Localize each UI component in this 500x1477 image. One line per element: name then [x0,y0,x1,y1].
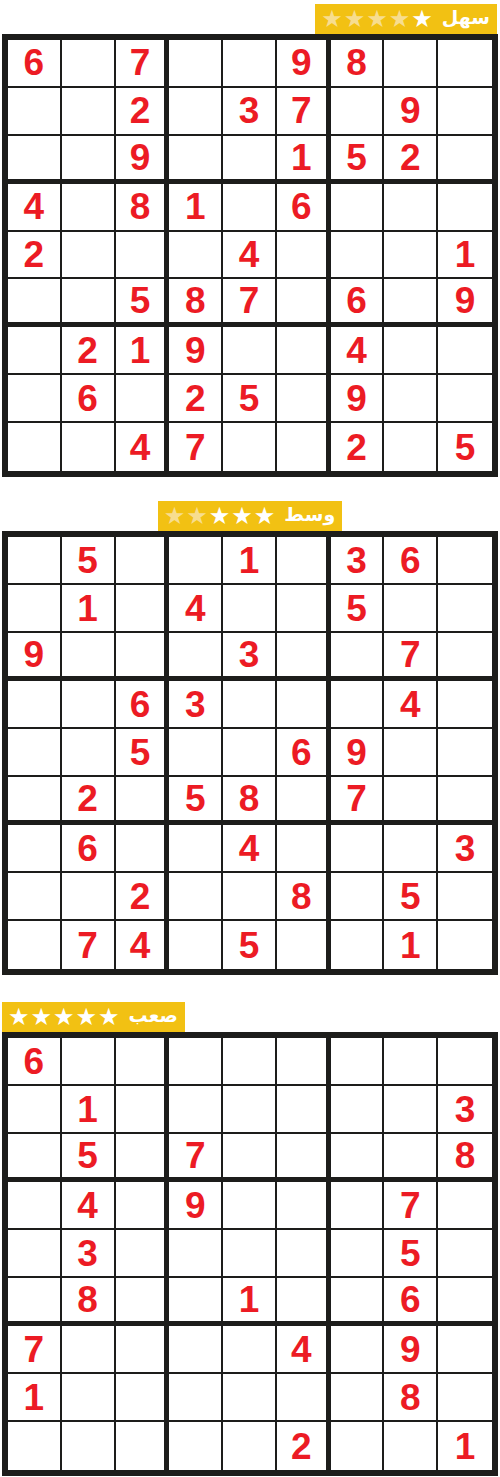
sudoku-cell-r3c4 [169,136,223,184]
sudoku-cell-r9c3: 4 [116,423,170,471]
sudoku-cell-r4c2 [62,681,116,729]
sudoku-cell-r1c8 [384,1038,438,1086]
sudoku-cell-r7c9 [438,1326,492,1374]
sudoku-cell-r5c5: 4 [223,232,277,280]
sudoku-cell-r6c2 [62,279,116,327]
sudoku-cell-r6c4: 8 [169,279,223,327]
star-icon: ★ [411,6,433,32]
sudoku-cell-r8c9 [438,375,492,423]
sudoku-cell-r4c6 [277,681,331,729]
sudoku-cell-r7c3: 1 [116,327,170,375]
sudoku-cell-r7c8 [384,825,438,873]
sudoku-cell-r5c9 [438,729,492,777]
sudoku-cell-r6c2: 8 [62,1278,116,1326]
sudoku-cell-r2c4 [169,1086,223,1134]
sudoku-cell-r5c2: 3 [62,1230,116,1278]
sudoku-cell-r1c7 [331,1038,385,1086]
sudoku-cell-r7c1 [8,327,62,375]
sudoku-cell-r3c8: 2 [384,136,438,184]
sudoku-cell-r7c1: 7 [8,1326,62,1374]
sudoku-cell-r4c5 [223,184,277,232]
sudoku-cell-r8c5 [223,1374,277,1422]
sudoku-cell-r2c3: 2 [116,88,170,136]
sudoku-cell-r5c6 [277,232,331,280]
star-icon: ★ [8,1004,30,1030]
sudoku-cell-r6c6 [277,279,331,327]
sudoku-cell-r8c1 [8,375,62,423]
sudoku-cell-r1c2 [62,1038,116,1086]
sudoku-cell-r9c3 [116,1422,170,1470]
sudoku-cell-r1c5: 1 [223,537,277,585]
sudoku-cell-r1c7: 3 [331,537,385,585]
sudoku-cell-r8c9 [438,873,492,921]
star-icon: ★ [231,503,253,529]
sudoku-cell-r1c6 [277,537,331,585]
sudoku-cell-r6c8: 6 [384,1278,438,1326]
sudoku-cell-r3c2: 5 [62,1134,116,1182]
banner-row-hard: ★★★★★ صعب [0,1002,500,1032]
sudoku-cell-r8c6: 8 [277,873,331,921]
sudoku-cell-r6c3 [116,1278,170,1326]
sudoku-cell-r8c7: 9 [331,375,385,423]
star-rating-hard: ★★★★★ [8,1004,120,1030]
sudoku-cell-r5c5 [223,729,277,777]
sudoku-cell-r9c1 [8,921,62,969]
sudoku-cell-r7c8 [384,327,438,375]
sudoku-cell-r5c7 [331,232,385,280]
sudoku-cell-r2c2: 1 [62,585,116,633]
sudoku-cell-r7c5 [223,327,277,375]
sudoku-cell-r2c6 [277,585,331,633]
sudoku-cell-r1c4 [169,537,223,585]
sudoku-cell-r2c4 [169,88,223,136]
sudoku-cell-r4c9 [438,1182,492,1230]
sudoku-cell-r1c3 [116,1038,170,1086]
sudoku-cell-r8c7 [331,1374,385,1422]
sudoku-cell-r6c3: 5 [116,279,170,327]
sudoku-cell-r3c3 [116,633,170,681]
sudoku-cell-r3c9 [438,136,492,184]
sudoku-cell-r9c8: 1 [384,921,438,969]
sudoku-cell-r9c9: 1 [438,1422,492,1470]
sudoku-cell-r5c8 [384,729,438,777]
sudoku-cell-r8c4: 2 [169,375,223,423]
sudoku-cell-r6c5: 7 [223,279,277,327]
sudoku-cell-r6c1 [8,1278,62,1326]
sudoku-cell-r4c5 [223,681,277,729]
sudoku-cell-r2c5: 3 [223,88,277,136]
sudoku-cell-r4c3: 8 [116,184,170,232]
sudoku-cell-r9c9 [438,921,492,969]
sudoku-cell-r3c1: 9 [8,633,62,681]
sudoku-cell-r6c7 [331,1278,385,1326]
banner-row-medium: ★★★★★ وسط [0,501,500,531]
sudoku-cell-r6c2: 2 [62,777,116,825]
sudoku-cell-r2c9 [438,585,492,633]
sudoku-cell-r3c9: 8 [438,1134,492,1182]
banner-row-easy: ★★★★★ سهل [0,4,500,34]
sudoku-cell-r8c2 [62,1374,116,1422]
sudoku-cell-r5c4 [169,1230,223,1278]
sudoku-cell-r4c2: 4 [62,1182,116,1230]
sudoku-cell-r3c7 [331,633,385,681]
sudoku-cell-r4c1 [8,681,62,729]
sudoku-cell-r6c6 [277,777,331,825]
sudoku-cell-r2c6 [277,1086,331,1134]
sudoku-cell-r3c6 [277,633,331,681]
sudoku-cell-r7c9: 3 [438,825,492,873]
sudoku-cell-r7c5 [223,1326,277,1374]
sudoku-page: ★★★★★ سهل 679823799152481624158769219462… [0,4,500,1476]
sudoku-cell-r8c4 [169,873,223,921]
sudoku-cell-r1c6 [277,1038,331,1086]
sudoku-cell-r3c5 [223,1134,277,1182]
sudoku-cell-r9c1 [8,423,62,471]
sudoku-cell-r1c4 [169,40,223,88]
sudoku-cell-r3c3 [116,1134,170,1182]
star-icon: ★ [186,503,208,529]
sudoku-cell-r3c5 [223,136,277,184]
sudoku-cell-r1c9 [438,1038,492,1086]
star-icon: ★ [321,6,343,32]
sudoku-cell-r1c7: 8 [331,40,385,88]
sudoku-cell-r4c8: 7 [384,1182,438,1230]
sudoku-cell-r8c2 [62,873,116,921]
sudoku-cell-r6c5: 1 [223,1278,277,1326]
sudoku-cell-r1c1 [8,537,62,585]
sudoku-cell-r9c5 [223,1422,277,1470]
sudoku-cell-r8c3: 2 [116,873,170,921]
star-icon: ★ [254,503,276,529]
sudoku-cell-r9c6 [277,423,331,471]
sudoku-cell-r7c7: 4 [331,327,385,375]
sudoku-cell-r7c2: 2 [62,327,116,375]
sudoku-cell-r3c6 [277,1134,331,1182]
sudoku-cell-r1c8 [384,40,438,88]
sudoku-cell-r5c6: 6 [277,729,331,777]
sudoku-cell-r9c4: 7 [169,423,223,471]
sudoku-cell-r9c8 [384,1422,438,1470]
sudoku-cell-r5c2 [62,232,116,280]
sudoku-cell-r5c4 [169,729,223,777]
star-icon: ★ [209,503,231,529]
sudoku-cell-r8c8 [384,375,438,423]
sudoku-cell-r6c1 [8,777,62,825]
star-icon: ★ [53,1004,75,1030]
sudoku-cell-r2c1 [8,1086,62,1134]
star-icon: ★ [98,1004,120,1030]
star-rating-easy: ★★★★★ [321,6,433,32]
sudoku-cell-r6c6 [277,1278,331,1326]
puzzle-section-hard: ★★★★★ صعب 613578497358167491821 [0,1002,500,1476]
sudoku-cell-r8c6 [277,1374,331,1422]
sudoku-cell-r4c7 [331,681,385,729]
sudoku-cell-r4c1 [8,1182,62,1230]
sudoku-cell-r1c2 [62,40,116,88]
sudoku-cell-r1c2: 5 [62,537,116,585]
sudoku-cell-r7c2 [62,1326,116,1374]
sudoku-cell-r5c3 [116,1230,170,1278]
sudoku-cell-r4c2 [62,184,116,232]
sudoku-cell-r9c7 [331,921,385,969]
sudoku-cell-r9c9: 5 [438,423,492,471]
sudoku-cell-r5c5 [223,1230,277,1278]
sudoku-cell-r1c3 [116,537,170,585]
sudoku-cell-r9c3: 4 [116,921,170,969]
sudoku-cell-r3c7: 5 [331,136,385,184]
sudoku-cell-r5c8: 5 [384,1230,438,1278]
sudoku-cell-r7c9 [438,327,492,375]
sudoku-cell-r6c1 [8,279,62,327]
sudoku-cell-r2c4: 4 [169,585,223,633]
sudoku-cell-r2c8 [384,585,438,633]
sudoku-cell-r8c5: 5 [223,375,277,423]
sudoku-cell-r3c9 [438,633,492,681]
sudoku-cell-r4c8: 4 [384,681,438,729]
sudoku-cell-r3c1 [8,1134,62,1182]
sudoku-cell-r9c4 [169,1422,223,1470]
sudoku-cell-r7c1 [8,825,62,873]
sudoku-grid-hard: 613578497358167491821 [2,1032,498,1476]
sudoku-cell-r8c9 [438,1374,492,1422]
sudoku-cell-r4c4: 1 [169,184,223,232]
sudoku-cell-r5c2 [62,729,116,777]
sudoku-cell-r2c9: 3 [438,1086,492,1134]
sudoku-cell-r3c4 [169,633,223,681]
sudoku-cell-r2c7 [331,1086,385,1134]
sudoku-cell-r4c8 [384,184,438,232]
star-icon: ★ [366,6,388,32]
sudoku-cell-r5c1: 2 [8,232,62,280]
sudoku-cell-r2c6: 7 [277,88,331,136]
sudoku-cell-r1c1: 6 [8,40,62,88]
sudoku-cell-r3c2 [62,633,116,681]
sudoku-cell-r7c3 [116,1326,170,1374]
sudoku-cell-r8c4 [169,1374,223,1422]
star-rating-medium: ★★★★★ [164,503,276,529]
sudoku-cell-r3c3: 9 [116,136,170,184]
sudoku-cell-r1c6: 9 [277,40,331,88]
sudoku-cell-r8c1 [8,873,62,921]
sudoku-cell-r2c5 [223,1086,277,1134]
star-icon: ★ [344,6,366,32]
sudoku-cell-r4c4: 3 [169,681,223,729]
sudoku-cell-r1c3: 7 [116,40,170,88]
sudoku-cell-r2c1 [8,88,62,136]
sudoku-cell-r2c7 [331,88,385,136]
sudoku-cell-r2c7: 5 [331,585,385,633]
sudoku-cell-r2c2: 1 [62,1086,116,1134]
sudoku-cell-r6c3 [116,777,170,825]
sudoku-cell-r3c2 [62,136,116,184]
sudoku-cell-r2c8: 9 [384,88,438,136]
sudoku-cell-r2c3 [116,585,170,633]
star-icon: ★ [389,6,411,32]
sudoku-cell-r9c6: 2 [277,1422,331,1470]
sudoku-cell-r9c5 [223,423,277,471]
sudoku-cell-r7c7 [331,825,385,873]
sudoku-cell-r3c6: 1 [277,136,331,184]
sudoku-cell-r1c4 [169,1038,223,1086]
sudoku-cell-r7c4 [169,1326,223,1374]
sudoku-cell-r8c8: 5 [384,873,438,921]
sudoku-cell-r4c3 [116,1182,170,1230]
sudoku-cell-r9c6 [277,921,331,969]
sudoku-cell-r9c7: 2 [331,423,385,471]
sudoku-cell-r3c8 [384,1134,438,1182]
star-icon: ★ [76,1004,98,1030]
sudoku-cell-r9c2 [62,1422,116,1470]
sudoku-cell-r1c9 [438,40,492,88]
sudoku-cell-r7c6 [277,327,331,375]
sudoku-cell-r1c9 [438,537,492,585]
sudoku-cell-r4c6: 6 [277,184,331,232]
difficulty-label-hard: صعب [129,1006,178,1028]
sudoku-cell-r2c1 [8,585,62,633]
sudoku-cell-r1c8: 6 [384,537,438,585]
sudoku-cell-r7c7 [331,1326,385,1374]
sudoku-cell-r7c8: 9 [384,1326,438,1374]
sudoku-cell-r9c5: 5 [223,921,277,969]
sudoku-cell-r7c5: 4 [223,825,277,873]
sudoku-cell-r8c2: 6 [62,375,116,423]
sudoku-cell-r2c9 [438,88,492,136]
sudoku-cell-r5c6 [277,1230,331,1278]
sudoku-cell-r5c1 [8,729,62,777]
sudoku-cell-r5c3: 5 [116,729,170,777]
sudoku-cell-r7c4: 9 [169,327,223,375]
sudoku-cell-r7c2: 6 [62,825,116,873]
sudoku-cell-r4c3: 6 [116,681,170,729]
difficulty-label-medium: وسط [284,505,335,527]
sudoku-cell-r5c7 [331,1230,385,1278]
sudoku-cell-r1c5 [223,1038,277,1086]
sudoku-cell-r7c3 [116,825,170,873]
sudoku-cell-r8c8: 8 [384,1374,438,1422]
sudoku-cell-r8c1: 1 [8,1374,62,1422]
sudoku-cell-r6c7: 6 [331,279,385,327]
sudoku-cell-r3c4: 7 [169,1134,223,1182]
sudoku-cell-r9c2: 7 [62,921,116,969]
sudoku-cell-r4c9 [438,681,492,729]
sudoku-cell-r5c9 [438,1230,492,1278]
sudoku-cell-r3c8: 7 [384,633,438,681]
sudoku-cell-r8c3 [116,375,170,423]
sudoku-cell-r7c6: 4 [277,1326,331,1374]
star-icon: ★ [164,503,186,529]
sudoku-cell-r8c3 [116,1374,170,1422]
sudoku-cell-r9c8 [384,423,438,471]
sudoku-cell-r1c5 [223,40,277,88]
sudoku-cell-r8c5 [223,873,277,921]
sudoku-cell-r7c6 [277,825,331,873]
sudoku-cell-r9c2 [62,423,116,471]
difficulty-banner-easy: ★★★★★ سهل [315,4,497,34]
sudoku-cell-r6c8 [384,279,438,327]
puzzle-section-medium: ★★★★★ وسط 513614593763456925876432857451 [0,501,500,975]
sudoku-cell-r6c9 [438,777,492,825]
sudoku-cell-r2c3 [116,1086,170,1134]
sudoku-cell-r5c4 [169,232,223,280]
sudoku-cell-r9c7 [331,1422,385,1470]
sudoku-cell-r9c4 [169,921,223,969]
sudoku-cell-r3c1 [8,136,62,184]
sudoku-cell-r2c8 [384,1086,438,1134]
sudoku-cell-r4c6 [277,1182,331,1230]
sudoku-grid-easy: 679823799152481624158769219462594725 [2,34,498,477]
sudoku-cell-r5c1 [8,1230,62,1278]
sudoku-cell-r7c4 [169,825,223,873]
sudoku-cell-r4c1: 4 [8,184,62,232]
sudoku-cell-r4c4: 9 [169,1182,223,1230]
sudoku-cell-r6c7: 7 [331,777,385,825]
difficulty-banner-medium: ★★★★★ وسط [158,501,342,531]
sudoku-cell-r6c5: 8 [223,777,277,825]
puzzle-section-easy: ★★★★★ سهل 679823799152481624158769219462… [0,4,500,477]
sudoku-cell-r3c7 [331,1134,385,1182]
sudoku-cell-r5c7: 9 [331,729,385,777]
sudoku-cell-r5c8 [384,232,438,280]
sudoku-cell-r4c5 [223,1182,277,1230]
sudoku-cell-r6c4: 5 [169,777,223,825]
sudoku-cell-r4c7 [331,184,385,232]
difficulty-label-easy: سهل [442,8,490,30]
sudoku-cell-r6c8 [384,777,438,825]
sudoku-cell-r1c1: 6 [8,1038,62,1086]
sudoku-cell-r8c7 [331,873,385,921]
sudoku-cell-r6c9 [438,1278,492,1326]
sudoku-cell-r2c5 [223,585,277,633]
sudoku-cell-r5c9: 1 [438,232,492,280]
sudoku-cell-r4c7 [331,1182,385,1230]
sudoku-cell-r6c4 [169,1278,223,1326]
difficulty-banner-hard: ★★★★★ صعب [2,1002,185,1032]
sudoku-cell-r6c9: 9 [438,279,492,327]
sudoku-cell-r4c9 [438,184,492,232]
sudoku-cell-r9c1 [8,1422,62,1470]
sudoku-cell-r8c6 [277,375,331,423]
sudoku-cell-r3c5: 3 [223,633,277,681]
star-icon: ★ [31,1004,53,1030]
sudoku-cell-r5c3 [116,232,170,280]
sudoku-grid-medium: 513614593763456925876432857451 [2,531,498,975]
sudoku-cell-r2c2 [62,88,116,136]
